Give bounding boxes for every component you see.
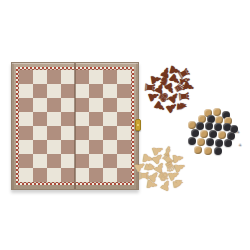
checker-disc <box>218 131 226 139</box>
board-square <box>75 84 89 98</box>
board-square <box>19 168 33 182</box>
checker-disc <box>205 122 213 130</box>
checker-disc <box>194 146 202 154</box>
board-square <box>19 84 33 98</box>
checker-disc <box>191 129 199 137</box>
checker-disc <box>197 138 205 146</box>
checker-disc <box>215 139 223 147</box>
board-square <box>47 84 61 98</box>
checkers-pieces-pile <box>186 107 240 159</box>
board-square <box>61 70 75 84</box>
board-square <box>117 84 131 98</box>
board-square <box>33 98 47 112</box>
board-fold-seam <box>74 63 76 189</box>
board-square <box>47 98 61 112</box>
dust-speck: ✳ <box>236 130 240 134</box>
chess-board <box>11 62 139 190</box>
board-square <box>19 112 33 126</box>
board-square <box>19 140 33 154</box>
board-square <box>61 98 75 112</box>
board-square <box>33 126 47 140</box>
board-square <box>47 126 61 140</box>
board-square <box>103 70 117 84</box>
board-square <box>103 140 117 154</box>
board-square <box>89 70 103 84</box>
board-square <box>75 168 89 182</box>
board-square <box>89 126 103 140</box>
checker-disc <box>209 130 217 138</box>
board-square <box>117 140 131 154</box>
checker-disc <box>213 108 221 116</box>
board-square <box>117 168 131 182</box>
board-square <box>61 168 75 182</box>
board-square <box>103 126 117 140</box>
board-square <box>19 70 33 84</box>
board-square <box>75 140 89 154</box>
checker-disc <box>204 147 212 155</box>
board-square <box>117 126 131 140</box>
board-square <box>61 140 75 154</box>
board-square <box>61 112 75 126</box>
product-photo: ♟♟♜♟♞♟♝♜♟♟♛♟♟♚♟♜♟♟♞ ♟♝♟♟♜♟♟♞♟♛♟♜♟♚♟♟♟♞ ✳… <box>0 0 250 250</box>
dust-speck: ✳ <box>238 143 242 147</box>
board-square <box>47 168 61 182</box>
board-square <box>75 154 89 168</box>
board-square <box>61 84 75 98</box>
checker-disc <box>188 121 196 129</box>
board-square <box>33 70 47 84</box>
board-square <box>75 112 89 126</box>
checker-disc <box>224 139 232 147</box>
board-square <box>33 140 47 154</box>
light-chess-pieces-pile: ♟♝♟♟♜♟♟♞♟♛♟♜♟♚♟♟♟♞ <box>132 144 190 196</box>
board-square <box>103 98 117 112</box>
board-square <box>61 126 75 140</box>
board-square <box>89 112 103 126</box>
board-square <box>33 112 47 126</box>
board-square <box>33 84 47 98</box>
checker-disc <box>214 147 222 155</box>
board-square <box>19 98 33 112</box>
board-square <box>117 70 131 84</box>
board-square <box>89 140 103 154</box>
board-square <box>117 154 131 168</box>
board-square <box>61 154 75 168</box>
board-square <box>75 70 89 84</box>
board-square <box>19 126 33 140</box>
board-square <box>47 140 61 154</box>
board-square <box>33 154 47 168</box>
checker-disc <box>200 130 208 138</box>
board-square <box>103 154 117 168</box>
board-square <box>89 98 103 112</box>
board-square <box>47 154 61 168</box>
board-square <box>89 84 103 98</box>
board-square <box>117 112 131 126</box>
board-square <box>75 98 89 112</box>
board-square <box>89 168 103 182</box>
board-square <box>103 168 117 182</box>
board-square <box>117 98 131 112</box>
brass-clasp-icon <box>135 119 141 131</box>
board-square <box>47 112 61 126</box>
board-square <box>75 126 89 140</box>
board-square <box>33 168 47 182</box>
board-square <box>19 154 33 168</box>
chess-piece: ♞ <box>170 177 185 191</box>
board-square <box>47 70 61 84</box>
board-square <box>103 84 117 98</box>
board-square <box>103 112 117 126</box>
board-square <box>89 154 103 168</box>
checker-disc <box>206 138 214 146</box>
